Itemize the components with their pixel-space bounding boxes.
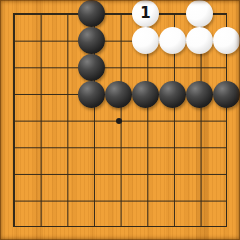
white-stone (186, 27, 213, 54)
intersection-r7-c6[interactable] (132, 161, 159, 187)
intersection-r3-c8[interactable] (186, 54, 213, 81)
intersection-r6-c1[interactable] (0, 134, 26, 160)
intersection-r9-c3[interactable] (52, 214, 78, 240)
intersection-r2-c6[interactable] (132, 27, 159, 54)
intersection-r3-c4[interactable] (78, 54, 105, 81)
intersection-r8-c9[interactable] (213, 187, 240, 213)
intersection-r8-c1[interactable] (0, 187, 26, 213)
intersection-r2-c9[interactable] (213, 27, 240, 54)
white-stone: 1 (132, 0, 159, 27)
intersection-r6-c9[interactable] (213, 134, 240, 160)
intersection-r8-c8[interactable] (186, 187, 213, 213)
white-stone (132, 27, 159, 54)
intersection-r4-c2[interactable] (26, 81, 52, 108)
white-stone (186, 0, 213, 27)
intersection-r1-c4[interactable] (78, 0, 105, 27)
intersection-r4-c9[interactable] (213, 81, 240, 108)
intersection-r3-c2[interactable] (26, 54, 52, 81)
black-stone (78, 54, 105, 81)
intersection-r9-c6[interactable] (132, 214, 159, 240)
intersection-r6-c2[interactable] (26, 134, 52, 160)
black-stone (78, 27, 105, 54)
intersection-r8-c6[interactable] (132, 187, 159, 213)
intersection-r4-c4[interactable] (78, 81, 105, 108)
intersection-r1-c3[interactable] (52, 0, 78, 27)
intersection-r4-c8[interactable] (186, 81, 213, 108)
intersection-r6-c4[interactable] (78, 134, 105, 160)
intersection-r6-c8[interactable] (186, 134, 213, 160)
intersection-r7-c5[interactable] (105, 161, 132, 187)
intersection-r6-c3[interactable] (52, 134, 78, 160)
intersection-r7-c7[interactable] (159, 161, 186, 187)
intersection-r2-c8[interactable] (186, 27, 213, 54)
intersection-r3-c6[interactable] (132, 54, 159, 81)
intersection-r8-c3[interactable] (52, 187, 78, 213)
intersection-r5-c5[interactable] (105, 108, 132, 134)
intersection-r1-c5[interactable] (105, 0, 132, 27)
black-stone (78, 0, 105, 27)
intersection-r5-c1[interactable] (0, 108, 26, 134)
intersection-r6-c7[interactable] (159, 134, 186, 160)
intersection-r5-c7[interactable] (159, 108, 186, 134)
intersection-r9-c9[interactable] (213, 214, 240, 240)
intersection-r1-c7[interactable] (159, 0, 186, 27)
intersection-r7-c9[interactable] (213, 161, 240, 187)
intersection-r7-c1[interactable] (0, 161, 26, 187)
intersection-r7-c3[interactable] (52, 161, 78, 187)
intersection-r4-c7[interactable] (159, 81, 186, 108)
intersection-r2-c3[interactable] (52, 27, 78, 54)
intersection-r2-c5[interactable] (105, 27, 132, 54)
black-stone (186, 81, 213, 108)
white-stone (213, 27, 240, 54)
intersection-r8-c5[interactable] (105, 187, 132, 213)
intersection-r2-c2[interactable] (26, 27, 52, 54)
intersection-r5-c2[interactable] (26, 108, 52, 134)
intersection-r5-c4[interactable] (78, 108, 105, 134)
intersection-r9-c2[interactable] (26, 214, 52, 240)
intersection-r4-c3[interactable] (52, 81, 78, 108)
black-stone (78, 81, 105, 108)
intersection-r1-c9[interactable] (213, 0, 240, 27)
white-stone (159, 27, 186, 54)
black-stone (105, 81, 132, 108)
intersection-r8-c2[interactable] (26, 187, 52, 213)
move-number-label: 1 (140, 6, 150, 21)
intersection-r6-c5[interactable] (105, 134, 132, 160)
go-board: 1 (0, 0, 240, 240)
black-stone (159, 81, 186, 108)
intersection-r9-c1[interactable] (0, 214, 26, 240)
intersection-r2-c7[interactable] (159, 27, 186, 54)
intersection-r5-c8[interactable] (186, 108, 213, 134)
intersection-r6-c6[interactable] (132, 134, 159, 160)
intersection-r7-c2[interactable] (26, 161, 52, 187)
intersection-r3-c3[interactable] (52, 54, 78, 81)
intersection-r3-c5[interactable] (105, 54, 132, 81)
intersection-r7-c4[interactable] (78, 161, 105, 187)
black-stone (132, 81, 159, 108)
intersection-r4-c5[interactable] (105, 81, 132, 108)
intersection-r9-c7[interactable] (159, 214, 186, 240)
intersection-r5-c3[interactable] (52, 108, 78, 134)
intersection-r9-c4[interactable] (78, 214, 105, 240)
intersection-r8-c7[interactable] (159, 187, 186, 213)
intersection-r5-c6[interactable] (132, 108, 159, 134)
intersection-r3-c7[interactable] (159, 54, 186, 81)
intersection-r3-c9[interactable] (213, 54, 240, 81)
intersection-r5-c9[interactable] (213, 108, 240, 134)
intersection-r1-c2[interactable] (26, 0, 52, 27)
intersection-r4-c6[interactable] (132, 81, 159, 108)
star-point (116, 118, 122, 124)
intersection-r9-c8[interactable] (186, 214, 213, 240)
intersection-r1-c6[interactable]: 1 (132, 0, 159, 27)
intersection-r2-c1[interactable] (0, 27, 26, 54)
intersection-r1-c1[interactable] (0, 0, 26, 27)
intersection-r9-c5[interactable] (105, 214, 132, 240)
intersection-r8-c4[interactable] (78, 187, 105, 213)
intersection-r4-c1[interactable] (0, 81, 26, 108)
intersection-r3-c1[interactable] (0, 54, 26, 81)
intersection-r1-c8[interactable] (186, 0, 213, 27)
intersection-r2-c4[interactable] (78, 27, 105, 54)
intersection-r7-c8[interactable] (186, 161, 213, 187)
black-stone (213, 81, 240, 108)
goban-grid: 1 (0, 0, 240, 240)
